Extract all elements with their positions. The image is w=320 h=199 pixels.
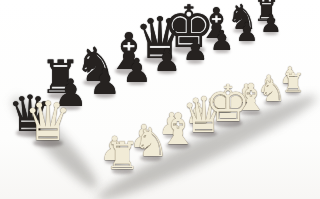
square-f5 — [217, 63, 247, 83]
piece-contact-shadow — [264, 100, 281, 105]
rank-label-right: 1 — [307, 85, 309, 87]
square-a4 — [77, 130, 118, 154]
rank-label-right: 4 — [297, 57, 299, 59]
square-h4 — [270, 56, 295, 75]
file-label-far: c — [121, 60, 125, 63]
square-c6 — [125, 83, 163, 106]
chess-set-photo: aabbccddeeffgghh1122334455667788 ♜♞♝♛♚♝♞… — [0, 0, 320, 199]
square-b6 — [93, 95, 134, 119]
piece-contact-shadow — [158, 69, 175, 74]
square-h6 — [261, 35, 288, 54]
piece-contact-shadow — [95, 92, 115, 97]
piece-contact-shadow — [214, 119, 242, 127]
piece-contact-shadow — [144, 55, 176, 64]
square-d6 — [156, 72, 191, 94]
rank-label-right: 2 — [304, 76, 306, 78]
square-b5 — [101, 106, 140, 129]
piece-contact-shadow — [16, 129, 44, 137]
piece-contact-shadow — [264, 31, 278, 35]
square-g4 — [247, 64, 274, 83]
square-e6 — [185, 62, 218, 83]
square-g5 — [242, 54, 270, 74]
piece-contact-shadow — [205, 37, 229, 43]
piece-contact-shadow — [140, 155, 162, 161]
piece-contact-shadow — [240, 110, 261, 116]
piece-contact-shadow — [83, 79, 109, 86]
rank-label-right: 7 — [287, 26, 290, 28]
piece-contact-shadow — [214, 49, 229, 53]
piece-contact-shadow — [239, 101, 253, 105]
square-e4 — [197, 84, 228, 105]
piece-contact-shadow — [258, 20, 275, 24]
piece-contact-shadow — [286, 91, 301, 95]
square-e5 — [191, 73, 223, 94]
file-label-far: h — [262, 12, 265, 14]
piece-contact-shadow — [190, 122, 206, 126]
piece-contact-shadow — [166, 142, 190, 148]
square-d5 — [163, 83, 197, 105]
rank-label-right: 8 — [283, 15, 286, 17]
mat-shadow-near — [92, 86, 320, 199]
piece-contact-shadow — [48, 92, 74, 99]
piece-contact-shadow — [283, 82, 296, 85]
square-a5 — [68, 119, 110, 143]
square-f4 — [222, 74, 251, 94]
file-label-far: b — [87, 72, 92, 75]
piece-contact-shadow — [233, 28, 252, 33]
file-label-far: e — [182, 39, 186, 42]
piece-contact-shadow — [187, 59, 203, 63]
square-g3 — [251, 74, 277, 93]
piece-contact-shadow — [33, 139, 63, 147]
rank-label-right: 6 — [290, 37, 293, 39]
rank-label: 1 — [98, 180, 102, 183]
square-g6 — [237, 43, 265, 63]
piece-contact-shadow — [164, 134, 181, 138]
file-label-far: g — [237, 20, 240, 23]
piece-contact-shadow — [262, 92, 275, 96]
square-e3 — [202, 94, 232, 114]
piece-contact-shadow — [115, 67, 144, 75]
piece-contact-shadow — [215, 112, 230, 116]
square-f6 — [212, 52, 242, 73]
piece-contact-shadow — [128, 81, 147, 86]
square-a6 — [58, 107, 102, 132]
file-label-far: a — [50, 84, 55, 87]
rank-label-right: 3 — [301, 67, 303, 69]
square-d4 — [170, 94, 203, 115]
file-label-far: d — [152, 49, 156, 52]
square-h5 — [266, 45, 292, 64]
square-c4 — [141, 105, 176, 127]
piece-contact-shadow — [173, 45, 206, 54]
file-label-far: f — [211, 30, 213, 32]
rank-label-right: 5 — [294, 47, 296, 49]
piece-contact-shadow — [105, 159, 124, 164]
square-c5 — [133, 95, 169, 118]
square-h3 — [274, 65, 299, 84]
piece-contact-shadow — [60, 105, 81, 111]
square-b4 — [110, 117, 148, 140]
piece-contact-shadow — [135, 146, 152, 151]
piece-contact-shadow — [240, 40, 255, 44]
piece-contact-shadow — [112, 168, 133, 174]
